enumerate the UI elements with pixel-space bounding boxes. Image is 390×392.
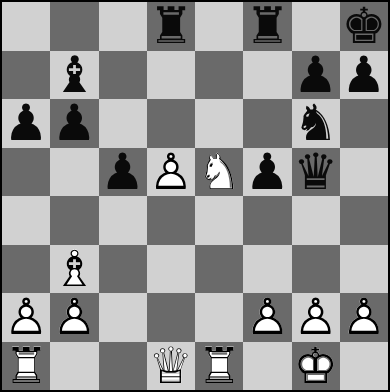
square-d3[interactable] xyxy=(147,245,195,294)
black-rook-piece: ♜ xyxy=(243,2,291,51)
black-pawn-fill: ♟ xyxy=(50,99,98,148)
square-g7[interactable]: ♟ xyxy=(292,51,340,100)
square-c4[interactable] xyxy=(99,196,147,245)
square-c5[interactable]: ♟ xyxy=(99,148,147,197)
square-a1[interactable]: ♜♖ xyxy=(2,342,50,391)
square-f6[interactable] xyxy=(243,99,291,148)
square-g8[interactable] xyxy=(292,2,340,51)
square-d8[interactable]: ♜ xyxy=(147,2,195,51)
white-bishop-piece: ♝♗ xyxy=(50,245,98,294)
black-pawn-piece: ♟ xyxy=(340,51,388,100)
square-h1[interactable] xyxy=(340,342,388,391)
black-queen-fill: ♛ xyxy=(292,148,340,197)
white-pawn-piece: ♟♙ xyxy=(243,293,291,342)
square-g5[interactable]: ♛ xyxy=(292,148,340,197)
square-a6[interactable]: ♟ xyxy=(2,99,50,148)
white-bishop-outline: ♗ xyxy=(50,245,98,294)
square-a8[interactable] xyxy=(2,2,50,51)
white-queen-piece: ♛♕ xyxy=(147,342,195,391)
square-h5[interactable] xyxy=(340,148,388,197)
black-knight-fill: ♞ xyxy=(292,99,340,148)
square-e3[interactable] xyxy=(195,245,243,294)
square-b6[interactable]: ♟ xyxy=(50,99,98,148)
white-pawn-piece: ♟♙ xyxy=(292,293,340,342)
black-rook-fill: ♜ xyxy=(147,2,195,51)
square-f5[interactable]: ♟ xyxy=(243,148,291,197)
square-b2[interactable]: ♟♙ xyxy=(50,293,98,342)
square-h6[interactable] xyxy=(340,99,388,148)
square-d2[interactable] xyxy=(147,293,195,342)
black-pawn-piece: ♟ xyxy=(50,99,98,148)
square-h4[interactable] xyxy=(340,196,388,245)
black-pawn-fill: ♟ xyxy=(243,148,291,197)
square-b1[interactable] xyxy=(50,342,98,391)
black-king-fill: ♚ xyxy=(340,2,388,51)
square-g4[interactable] xyxy=(292,196,340,245)
square-e8[interactable] xyxy=(195,2,243,51)
white-pawn-outline: ♙ xyxy=(147,148,195,197)
square-e1[interactable]: ♜♖ xyxy=(195,342,243,391)
chess-board: ♜♜♚♝♟♟♟♟♞♟♟♙♞♘♟♛♝♗♟♙♟♙♟♙♟♙♟♙♜♖♛♕♜♖♚♔ xyxy=(0,0,390,392)
square-e7[interactable] xyxy=(195,51,243,100)
white-rook-piece: ♜♖ xyxy=(195,342,243,391)
white-king-outline: ♔ xyxy=(292,342,340,391)
square-d5[interactable]: ♟♙ xyxy=(147,148,195,197)
square-g3[interactable] xyxy=(292,245,340,294)
white-queen-outline: ♕ xyxy=(147,342,195,391)
square-e6[interactable] xyxy=(195,99,243,148)
square-h8[interactable]: ♚ xyxy=(340,2,388,51)
square-h3[interactable] xyxy=(340,245,388,294)
square-b4[interactable] xyxy=(50,196,98,245)
black-queen-piece: ♛ xyxy=(292,148,340,197)
square-e5[interactable]: ♞♘ xyxy=(195,148,243,197)
black-king-piece: ♚ xyxy=(340,2,388,51)
black-pawn-fill: ♟ xyxy=(99,148,147,197)
square-d4[interactable] xyxy=(147,196,195,245)
black-pawn-piece: ♟ xyxy=(243,148,291,197)
square-e4[interactable] xyxy=(195,196,243,245)
square-c7[interactable] xyxy=(99,51,147,100)
white-pawn-piece: ♟♙ xyxy=(2,293,50,342)
black-bishop-fill: ♝ xyxy=(50,51,98,100)
square-a3[interactable] xyxy=(2,245,50,294)
black-pawn-piece: ♟ xyxy=(2,99,50,148)
white-pawn-outline: ♙ xyxy=(340,293,388,342)
black-pawn-fill: ♟ xyxy=(2,99,50,148)
square-b8[interactable] xyxy=(50,2,98,51)
black-pawn-fill: ♟ xyxy=(292,51,340,100)
white-king-piece: ♚♔ xyxy=(292,342,340,391)
white-rook-piece: ♜♖ xyxy=(2,342,50,391)
black-pawn-piece: ♟ xyxy=(292,51,340,100)
white-rook-outline: ♖ xyxy=(2,342,50,391)
square-b3[interactable]: ♝♗ xyxy=(50,245,98,294)
square-f4[interactable] xyxy=(243,196,291,245)
black-pawn-fill: ♟ xyxy=(340,51,388,100)
black-rook-fill: ♜ xyxy=(243,2,291,51)
square-c3[interactable] xyxy=(99,245,147,294)
square-h7[interactable]: ♟ xyxy=(340,51,388,100)
white-knight-piece: ♞♘ xyxy=(195,148,243,197)
square-c8[interactable] xyxy=(99,2,147,51)
square-g2[interactable]: ♟♙ xyxy=(292,293,340,342)
square-a7[interactable] xyxy=(2,51,50,100)
square-f7[interactable] xyxy=(243,51,291,100)
white-pawn-piece: ♟♙ xyxy=(50,293,98,342)
white-knight-outline: ♘ xyxy=(195,148,243,197)
square-d1[interactable]: ♛♕ xyxy=(147,342,195,391)
square-f8[interactable]: ♜ xyxy=(243,2,291,51)
black-knight-piece: ♞ xyxy=(292,99,340,148)
white-pawn-piece: ♟♙ xyxy=(147,148,195,197)
square-a2[interactable]: ♟♙ xyxy=(2,293,50,342)
white-pawn-outline: ♙ xyxy=(243,293,291,342)
square-f2[interactable]: ♟♙ xyxy=(243,293,291,342)
square-b5[interactable] xyxy=(50,148,98,197)
square-g1[interactable]: ♚♔ xyxy=(292,342,340,391)
square-c1[interactable] xyxy=(99,342,147,391)
square-b7[interactable]: ♝ xyxy=(50,51,98,100)
white-pawn-outline: ♙ xyxy=(292,293,340,342)
square-d7[interactable] xyxy=(147,51,195,100)
square-h2[interactable]: ♟♙ xyxy=(340,293,388,342)
black-pawn-piece: ♟ xyxy=(99,148,147,197)
square-c2[interactable] xyxy=(99,293,147,342)
white-pawn-outline: ♙ xyxy=(2,293,50,342)
black-bishop-piece: ♝ xyxy=(50,51,98,100)
black-rook-piece: ♜ xyxy=(147,2,195,51)
square-a4[interactable] xyxy=(2,196,50,245)
square-a5[interactable] xyxy=(2,148,50,197)
square-e2[interactable] xyxy=(195,293,243,342)
square-d6[interactable] xyxy=(147,99,195,148)
white-rook-outline: ♖ xyxy=(195,342,243,391)
square-f3[interactable] xyxy=(243,245,291,294)
square-g6[interactable]: ♞ xyxy=(292,99,340,148)
square-c6[interactable] xyxy=(99,99,147,148)
white-pawn-outline: ♙ xyxy=(50,293,98,342)
white-pawn-piece: ♟♙ xyxy=(340,293,388,342)
square-f1[interactable] xyxy=(243,342,291,391)
